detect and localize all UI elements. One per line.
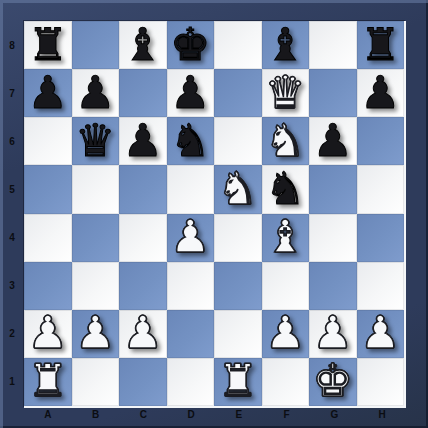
file-label: E (215, 407, 263, 422)
square-g8[interactable] (309, 21, 357, 69)
square-f5[interactable]: ♞ (262, 165, 310, 213)
black-bishop-icon: ♝ (123, 22, 163, 67)
black-pawn-icon: ♟ (28, 70, 68, 115)
file-label: G (311, 407, 359, 422)
square-b8[interactable] (72, 21, 120, 69)
square-f2[interactable]: ♟ (262, 310, 310, 358)
square-a7[interactable]: ♟ (24, 69, 72, 117)
black-pawn-icon: ♟ (170, 70, 210, 115)
rank-label: 8 (0, 21, 24, 69)
black-pawn-icon: ♟ (123, 118, 163, 163)
square-f7[interactable]: ♛ (262, 69, 310, 117)
square-f8[interactable]: ♝ (262, 21, 310, 69)
square-h2[interactable]: ♟ (357, 310, 405, 358)
black-king-icon: ♚ (170, 22, 210, 67)
square-b1[interactable] (72, 358, 120, 406)
black-pawn-icon: ♟ (75, 70, 115, 115)
square-b4[interactable] (72, 214, 120, 262)
square-h6[interactable] (357, 117, 405, 165)
square-g2[interactable]: ♟ (309, 310, 357, 358)
white-pawn-icon: ♟ (28, 310, 68, 355)
rank-label: 5 (0, 165, 24, 213)
rank-label: 2 (0, 310, 24, 358)
white-pawn-icon: ♟ (123, 310, 163, 355)
square-c6[interactable]: ♟ (119, 117, 167, 165)
black-rook-icon: ♜ (360, 22, 400, 67)
square-g1[interactable]: ♚ (309, 358, 357, 406)
file-label: A (24, 407, 72, 422)
square-d5[interactable] (167, 165, 215, 213)
chess-board: ♜♝♚♝♜♟♟♟♛♟♛♟♞♞♟♞♞♟♝♟♟♟♟♟♟♜♜♚ (24, 21, 406, 408)
white-knight-icon: ♞ (218, 166, 258, 211)
white-knight-icon: ♞ (265, 118, 305, 163)
square-h4[interactable] (357, 214, 405, 262)
file-label: F (263, 407, 311, 422)
square-c3[interactable] (119, 262, 167, 310)
white-rook-icon: ♜ (28, 358, 68, 403)
square-e3[interactable] (214, 262, 262, 310)
white-king-icon: ♚ (313, 358, 353, 403)
file-labels: ABCDEFGH (24, 407, 406, 422)
square-f1[interactable] (262, 358, 310, 406)
square-a6[interactable] (24, 117, 72, 165)
rank-label: 1 (0, 358, 24, 406)
square-d1[interactable] (167, 358, 215, 406)
square-a1[interactable]: ♜ (24, 358, 72, 406)
file-label: H (358, 407, 406, 422)
square-e5[interactable]: ♞ (214, 165, 262, 213)
square-g5[interactable] (309, 165, 357, 213)
white-rook-icon: ♜ (218, 358, 258, 403)
rank-labels: 87654321 (0, 21, 24, 406)
square-f6[interactable]: ♞ (262, 117, 310, 165)
rank-label: 3 (0, 262, 24, 310)
square-a8[interactable]: ♜ (24, 21, 72, 69)
square-h8[interactable]: ♜ (357, 21, 405, 69)
square-a3[interactable] (24, 262, 72, 310)
square-c5[interactable] (119, 165, 167, 213)
square-b6[interactable]: ♛ (72, 117, 120, 165)
square-d3[interactable] (167, 262, 215, 310)
rank-label: 6 (0, 117, 24, 165)
white-pawn-icon: ♟ (265, 310, 305, 355)
square-c7[interactable] (119, 69, 167, 117)
black-queen-icon: ♛ (75, 118, 115, 163)
square-b5[interactable] (72, 165, 120, 213)
rank-label: 7 (0, 69, 24, 117)
square-h3[interactable] (357, 262, 405, 310)
black-rook-icon: ♜ (28, 22, 68, 67)
square-d6[interactable]: ♞ (167, 117, 215, 165)
square-c8[interactable]: ♝ (119, 21, 167, 69)
black-pawn-icon: ♟ (313, 118, 353, 163)
square-e4[interactable] (214, 214, 262, 262)
square-c4[interactable] (119, 214, 167, 262)
square-b2[interactable]: ♟ (72, 310, 120, 358)
white-pawn-icon: ♟ (313, 310, 353, 355)
white-queen-icon: ♛ (265, 70, 305, 115)
black-knight-icon: ♞ (265, 166, 305, 211)
square-a5[interactable] (24, 165, 72, 213)
square-a2[interactable]: ♟ (24, 310, 72, 358)
white-pawn-icon: ♟ (75, 310, 115, 355)
black-bishop-icon: ♝ (265, 22, 305, 67)
square-h7[interactable]: ♟ (357, 69, 405, 117)
square-e8[interactable] (214, 21, 262, 69)
white-pawn-icon: ♟ (170, 214, 210, 259)
square-g3[interactable] (309, 262, 357, 310)
square-d8[interactable]: ♚ (167, 21, 215, 69)
square-f3[interactable] (262, 262, 310, 310)
square-d2[interactable] (167, 310, 215, 358)
chess-diagram: 87654321 ♜♝♚♝♜♟♟♟♛♟♛♟♞♞♟♞♞♟♝♟♟♟♟♟♟♜♜♚ AB… (0, 0, 428, 428)
file-label: B (72, 407, 120, 422)
square-e7[interactable] (214, 69, 262, 117)
square-g6[interactable]: ♟ (309, 117, 357, 165)
rank-label: 4 (0, 214, 24, 262)
square-g4[interactable] (309, 214, 357, 262)
white-pawn-icon: ♟ (360, 310, 400, 355)
black-knight-icon: ♞ (170, 118, 210, 163)
black-pawn-icon: ♟ (360, 70, 400, 115)
square-g7[interactable] (309, 69, 357, 117)
square-c2[interactable]: ♟ (119, 310, 167, 358)
square-e1[interactable]: ♜ (214, 358, 262, 406)
square-e6[interactable] (214, 117, 262, 165)
square-b3[interactable] (72, 262, 120, 310)
square-c1[interactable] (119, 358, 167, 406)
square-e2[interactable] (214, 310, 262, 358)
file-label: C (120, 407, 168, 422)
square-h1[interactable] (357, 358, 405, 406)
square-d4[interactable]: ♟ (167, 214, 215, 262)
square-a4[interactable] (24, 214, 72, 262)
square-f4[interactable]: ♝ (262, 214, 310, 262)
square-b7[interactable]: ♟ (72, 69, 120, 117)
file-label: D (167, 407, 215, 422)
white-bishop-icon: ♝ (265, 214, 305, 259)
square-d7[interactable]: ♟ (167, 69, 215, 117)
square-h5[interactable] (357, 165, 405, 213)
